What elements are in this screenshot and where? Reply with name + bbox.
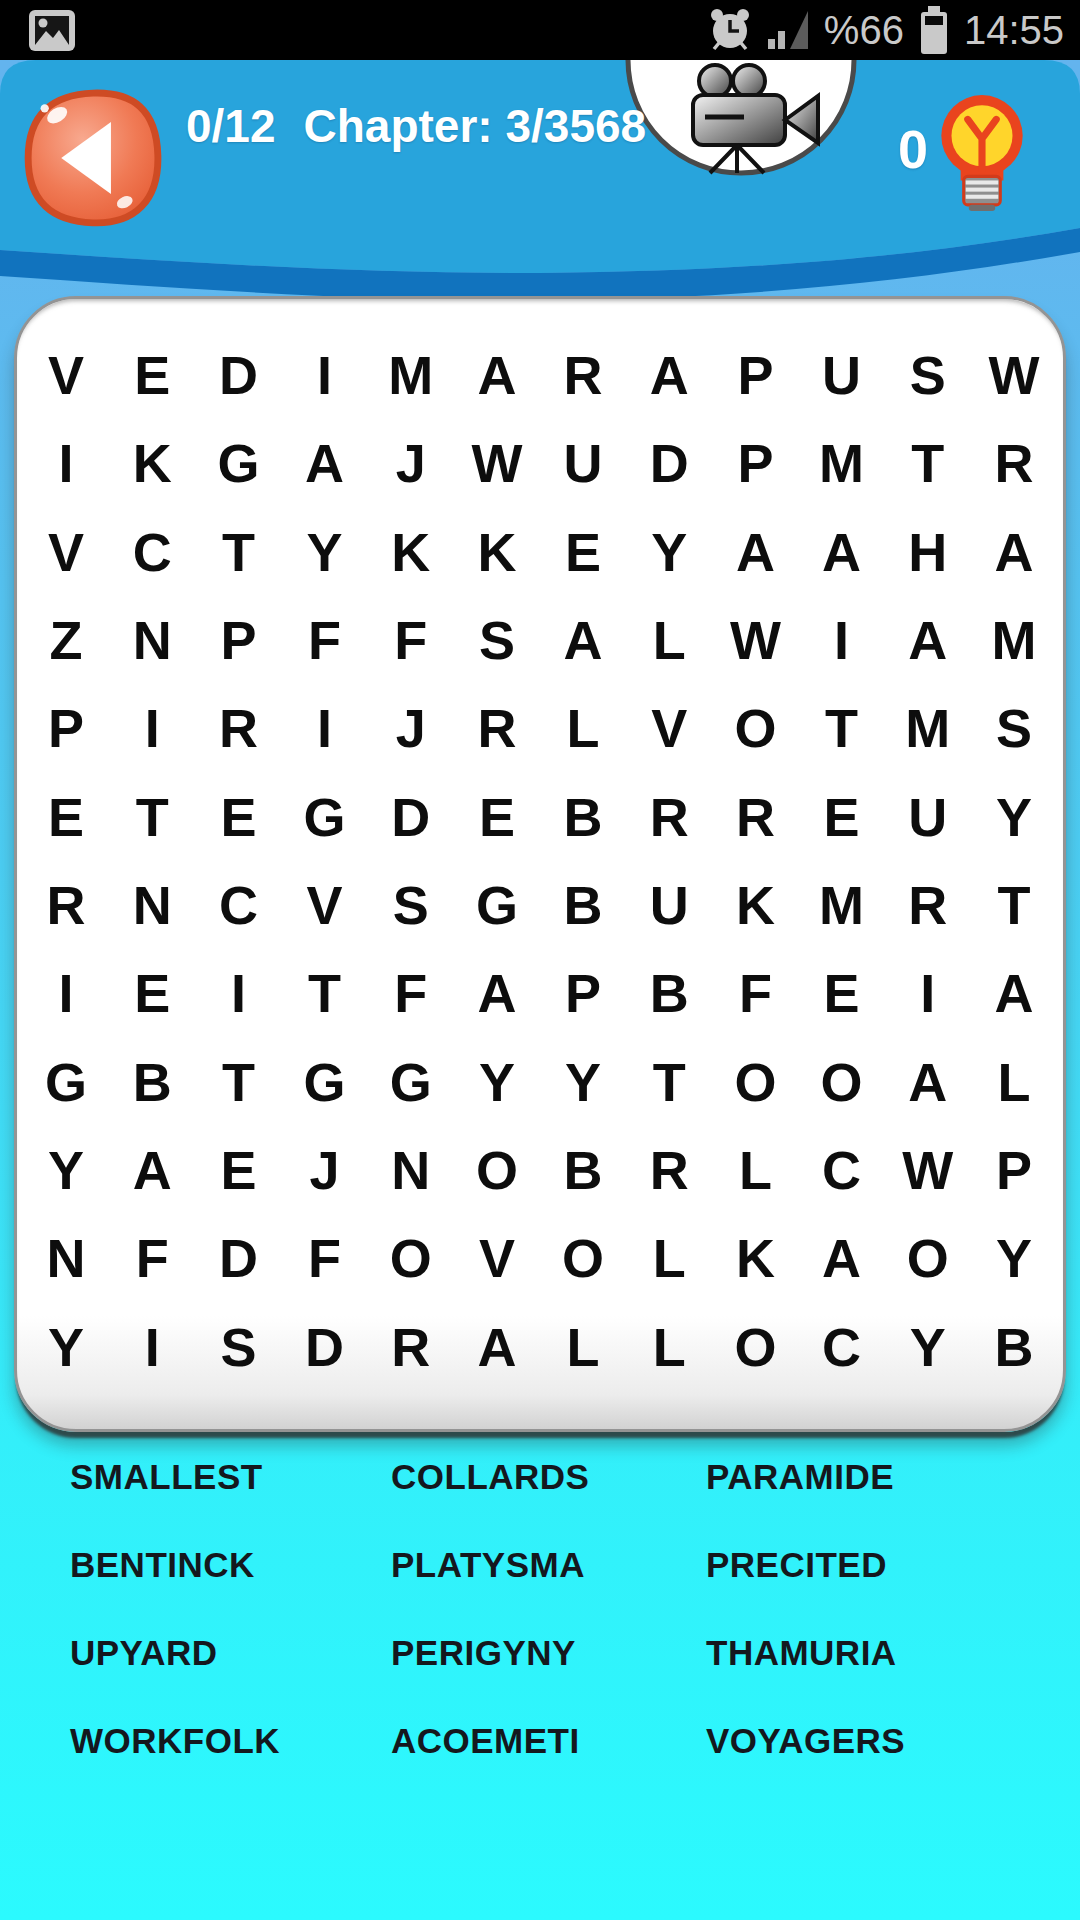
grid-cell-r8c2[interactable]: E [109,949,195,1037]
grid-cell-r9c3[interactable]: T [195,1038,281,1126]
grid-cell-r6c1[interactable]: E [23,773,109,861]
grid-cell-r6c6[interactable]: E [454,773,540,861]
grid-cell-r9c11[interactable]: A [885,1038,971,1126]
word-item-bentinck: BENTINCK [70,1521,391,1609]
grid-cell-r9c4[interactable]: G [281,1038,367,1126]
grid-cell-r6c11[interactable]: U [885,773,971,861]
grid-cell-r3c9[interactable]: A [712,508,798,596]
grid-cell-r11c11[interactable]: O [885,1214,971,1302]
grid-cell-r1c10[interactable]: U [798,331,884,419]
grid-cell-r5c5[interactable]: J [368,684,454,772]
grid-cell-r3c12[interactable]: A [971,508,1057,596]
grid-cell-r10c5[interactable]: N [368,1126,454,1214]
grid-cell-r12c9[interactable]: O [712,1303,798,1391]
word-list: SMALLESTCOLLARDSPARAMIDEBENTINCKPLATYSMA… [70,1433,1080,1785]
signal-icon [766,9,812,51]
grid-cell-r9c12[interactable]: L [971,1038,1057,1126]
word-item-platysma: PLATYSMA [391,1521,706,1609]
grid-cell-r4c4[interactable]: F [281,596,367,684]
grid-cell-r2c12[interactable]: R [971,419,1057,507]
grid-cell-r12c12[interactable]: B [971,1303,1057,1391]
grid-cell-r1c7[interactable]: R [540,331,626,419]
grid-cell-r3c11[interactable]: H [885,508,971,596]
grid-cell-r5c2[interactable]: I [109,684,195,772]
grid-cell-r1c1[interactable]: V [23,331,109,419]
grid-cell-r1c3[interactable]: D [195,331,281,419]
letter-grid: VEDIMARAPUSWIKGAJWUDPMTRVCTYKKEYAAHAZNPF… [23,331,1057,1391]
hint-button[interactable] [936,93,1028,216]
puzzle-board: VEDIMARAPUSWIKGAJWUDPMTRVCTYKKEYAAHAZNPF… [14,296,1066,1432]
grid-cell-r7c9[interactable]: K [712,861,798,949]
grid-cell-r10c4[interactable]: J [281,1126,367,1214]
grid-cell-r1c4[interactable]: I [281,331,367,419]
gallery-icon [26,6,78,54]
grid-cell-r11c2[interactable]: F [109,1214,195,1302]
grid-cell-r9c7[interactable]: Y [540,1038,626,1126]
clock: 14:55 [964,0,1064,60]
back-button[interactable] [24,88,162,228]
grid-cell-r7c5[interactable]: S [368,861,454,949]
grid-cell-r6c12[interactable]: Y [971,773,1057,861]
grid-cell-r4c10[interactable]: I [798,596,884,684]
grid-cell-r9c1[interactable]: G [23,1038,109,1126]
grid-cell-r11c8[interactable]: L [626,1214,712,1302]
grid-cell-r7c11[interactable]: R [885,861,971,949]
grid-cell-r11c3[interactable]: D [195,1214,281,1302]
grid-cell-r3c4[interactable]: Y [281,508,367,596]
grid-cell-r5c8[interactable]: V [626,684,712,772]
grid-cell-r5c12[interactable]: S [971,684,1057,772]
grid-cell-r8c8[interactable]: B [626,949,712,1037]
word-item-voyagers: VOYAGERS [706,1697,1080,1785]
grid-cell-r8c12[interactable]: A [971,949,1057,1037]
grid-cell-r4c11[interactable]: A [885,596,971,684]
grid-cell-r1c2[interactable]: E [109,331,195,419]
grid-cell-r2c7[interactable]: U [540,419,626,507]
grid-cell-r7c4[interactable]: V [281,861,367,949]
grid-cell-r6c2[interactable]: T [109,773,195,861]
word-item-precited: PRECITED [706,1521,1080,1609]
grid-cell-r5c4[interactable]: I [281,684,367,772]
grid-cell-r10c12[interactable]: P [971,1126,1057,1214]
battery-percent: %66 [824,0,904,60]
grid-cell-r5c1[interactable]: P [23,684,109,772]
grid-cell-r1c9[interactable]: P [712,331,798,419]
grid-cell-r12c2[interactable]: I [109,1303,195,1391]
grid-cell-r3c7[interactable]: E [540,508,626,596]
grid-cell-r10c1[interactable]: Y [23,1126,109,1214]
grid-cell-r9c6[interactable]: Y [454,1038,540,1126]
grid-cell-r3c1[interactable]: V [23,508,109,596]
grid-cell-r6c8[interactable]: R [626,773,712,861]
grid-cell-r4c1[interactable]: Z [23,596,109,684]
grid-cell-r4c5[interactable]: F [368,596,454,684]
grid-cell-r6c9[interactable]: R [712,773,798,861]
grid-cell-r12c7[interactable]: L [540,1303,626,1391]
grid-cell-r7c8[interactable]: U [626,861,712,949]
word-item-upyard: UPYARD [70,1609,391,1697]
grid-cell-r12c6[interactable]: A [454,1303,540,1391]
grid-cell-r4c12[interactable]: M [971,596,1057,684]
grid-cell-r12c10[interactable]: C [798,1303,884,1391]
grid-cell-r3c5[interactable]: K [368,508,454,596]
grid-cell-r1c5[interactable]: M [368,331,454,419]
hint-area: 0 [898,94,1028,214]
grid-cell-r11c9[interactable]: K [712,1214,798,1302]
word-item-collards: COLLARDS [391,1433,706,1521]
grid-cell-r10c7[interactable]: B [540,1126,626,1214]
grid-cell-r8c7[interactable]: P [540,949,626,1037]
grid-cell-r9c9[interactable]: O [712,1038,798,1126]
grid-cell-r8c9[interactable]: F [712,949,798,1037]
word-item-perigyny: PERIGYNY [391,1609,706,1697]
grid-cell-r2c6[interactable]: W [454,419,540,507]
grid-cell-r9c5[interactable]: G [368,1038,454,1126]
grid-cell-r11c5[interactable]: O [368,1214,454,1302]
grid-cell-r4c3[interactable]: P [195,596,281,684]
grid-cell-r4c8[interactable]: L [626,596,712,684]
word-item-smallest: SMALLEST [70,1433,391,1521]
grid-cell-r10c2[interactable]: A [109,1126,195,1214]
grid-cell-r1c8[interactable]: A [626,331,712,419]
word-item-workfolk: WORKFOLK [70,1697,391,1785]
grid-cell-r10c8[interactable]: R [626,1126,712,1214]
grid-cell-r10c6[interactable]: O [454,1126,540,1214]
grid-cell-r12c11[interactable]: Y [885,1303,971,1391]
grid-cell-r8c6[interactable]: A [454,949,540,1037]
progress-counter: 0/12 [186,99,276,153]
word-item-paramide: PARAMIDE [706,1433,1080,1521]
grid-cell-r8c5[interactable]: F [368,949,454,1037]
grid-cell-r3c10[interactable]: A [798,508,884,596]
grid-cell-r3c2[interactable]: C [109,508,195,596]
grid-cell-r4c6[interactable]: S [454,596,540,684]
grid-cell-r8c11[interactable]: I [885,949,971,1037]
grid-cell-r10c3[interactable]: E [195,1126,281,1214]
grid-cell-r3c8[interactable]: Y [626,508,712,596]
grid-cell-r3c6[interactable]: K [454,508,540,596]
grid-cell-r5c7[interactable]: L [540,684,626,772]
grid-cell-r7c3[interactable]: C [195,861,281,949]
grid-cell-r5c6[interactable]: R [454,684,540,772]
grid-cell-r11c7[interactable]: O [540,1214,626,1302]
grid-cell-r6c3[interactable]: E [195,773,281,861]
grid-cell-r6c4[interactable]: G [281,773,367,861]
grid-cell-r5c9[interactable]: O [712,684,798,772]
grid-cell-r7c6[interactable]: G [454,861,540,949]
hint-count: 0 [898,118,928,180]
grid-cell-r7c2[interactable]: N [109,861,195,949]
grid-cell-r7c7[interactable]: B [540,861,626,949]
grid-cell-r4c2[interactable]: N [109,596,195,684]
grid-cell-r12c3[interactable]: S [195,1303,281,1391]
battery-icon [916,3,952,57]
grid-cell-r2c3[interactable]: G [195,419,281,507]
grid-cell-r7c10[interactable]: M [798,861,884,949]
grid-cell-r2c11[interactable]: T [885,419,971,507]
word-item-acoemeti: ACOEMETI [391,1697,706,1785]
grid-cell-r5c3[interactable]: R [195,684,281,772]
grid-cell-r8c3[interactable]: I [195,949,281,1037]
grid-cell-r9c8[interactable]: T [626,1038,712,1126]
grid-cell-r11c12[interactable]: Y [971,1214,1057,1302]
grid-cell-r6c7[interactable]: B [540,773,626,861]
grid-cell-r4c9[interactable]: W [712,596,798,684]
grid-cell-r6c10[interactable]: E [798,773,884,861]
grid-cell-r2c9[interactable]: P [712,419,798,507]
grid-cell-r10c9[interactable]: L [712,1126,798,1214]
status-bar: %66 14:55 [0,0,1080,60]
app-screen: %66 14:55 [0,0,1080,1920]
grid-cell-r5c10[interactable]: T [798,684,884,772]
grid-cell-r1c6[interactable]: A [454,331,540,419]
grid-cell-r10c11[interactable]: W [885,1126,971,1214]
lightbulb-icon [936,93,1028,213]
grid-cell-r3c3[interactable]: T [195,508,281,596]
grid-cell-r9c2[interactable]: B [109,1038,195,1126]
grid-cell-r11c4[interactable]: F [281,1214,367,1302]
grid-cell-r12c4[interactable]: D [281,1303,367,1391]
grid-cell-r10c10[interactable]: C [798,1126,884,1214]
grid-cell-r7c1[interactable]: R [23,861,109,949]
header-title: 0/12 Chapter: 3/3568 [186,99,646,153]
grid-cell-r5c11[interactable]: M [885,684,971,772]
grid-cell-r1c12[interactable]: W [971,331,1057,419]
grid-cell-r2c8[interactable]: D [626,419,712,507]
grid-cell-r8c4[interactable]: T [281,949,367,1037]
grid-cell-r12c5[interactable]: R [368,1303,454,1391]
grid-cell-r2c5[interactable]: J [368,419,454,507]
grid-cell-r8c10[interactable]: E [798,949,884,1037]
grid-cell-r8c1[interactable]: I [23,949,109,1037]
grid-cell-r6c5[interactable]: D [368,773,454,861]
grid-cell-r2c10[interactable]: M [798,419,884,507]
grid-cell-r7c12[interactable]: T [971,861,1057,949]
grid-cell-r4c7[interactable]: A [540,596,626,684]
grid-cell-r1c11[interactable]: S [885,331,971,419]
grid-cell-r2c2[interactable]: K [109,419,195,507]
alarm-icon [706,6,754,54]
grid-cell-r11c6[interactable]: V [454,1214,540,1302]
grid-cell-r11c1[interactable]: N [23,1214,109,1302]
chapter-label: Chapter: 3/3568 [304,99,647,153]
grid-cell-r9c10[interactable]: O [798,1038,884,1126]
grid-cell-r11c10[interactable]: A [798,1214,884,1302]
grid-cell-r12c1[interactable]: Y [23,1303,109,1391]
grid-cell-r12c8[interactable]: L [626,1303,712,1391]
back-icon [24,88,162,228]
grid-cell-r2c4[interactable]: A [281,419,367,507]
grid-cell-r2c1[interactable]: I [23,419,109,507]
word-item-thamuria: THAMURIA [706,1609,1080,1697]
